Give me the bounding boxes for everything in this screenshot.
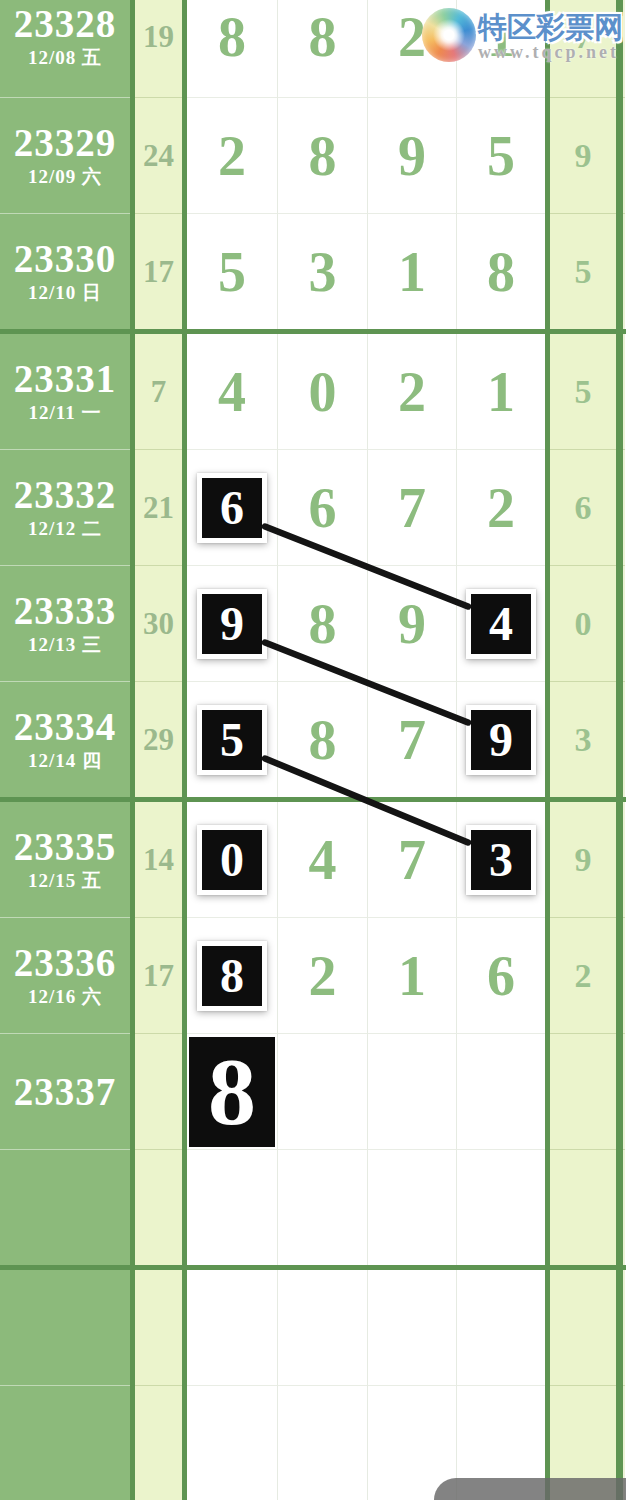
digit-value: 2 [487,480,515,536]
grid-vline [616,1270,623,1385]
sum-value: 17 [143,254,174,290]
chart-rows: 2332812/08 五19882172332912/09 六242895923… [0,0,626,1500]
digit-value: 5 [218,244,246,300]
digit-cell: 9 [456,681,545,797]
issue-cell: 2333612/16 六 [0,917,130,1033]
grid-vline [616,917,623,1033]
digit-value: 9 [398,128,426,184]
digit-cell [187,1270,277,1385]
digit-cell: 8 [187,917,277,1033]
highlighted-digit: 9 [197,589,267,659]
fifth-digit-cell [550,1270,616,1385]
right-edge-sliver [623,917,625,1033]
draw-row-23332: 2333212/12 二2166726 [0,449,626,565]
sum-value: 19 [143,19,174,55]
draw-date: 12/11 一 [29,403,102,424]
sum-cell [135,1385,182,1500]
right-edge-sliver [623,1270,625,1385]
digit-cell: 2 [367,334,456,449]
fifth-digit-value: 6 [575,491,592,525]
digit-cell: 6 [456,917,545,1033]
digit-cell: 8 [187,1033,277,1149]
draw-date: 12/14 四 [28,751,102,772]
digit-cell: 1 [367,213,456,329]
digit-value: 8 [487,244,515,300]
right-edge-sliver [623,0,625,97]
right-edge-sliver [623,565,625,681]
digit-value: 1 [487,364,515,420]
digit-cell [456,1033,545,1149]
draw-date: 12/08 五 [28,48,102,69]
digit-value: 8 [309,712,337,768]
sum-value: 7 [151,374,167,410]
issue-cell [0,1385,130,1500]
sum-value: 21 [143,490,174,526]
fifth-digit-cell: 5 [550,213,616,329]
draw-date: 12/09 六 [28,167,102,188]
digit-cell [367,1270,456,1385]
issue-number: 23330 [14,239,117,278]
issue-wrap: 2333312/13 三 [14,591,117,656]
grid-vline [616,213,623,329]
issue-wrap: 2333612/16 六 [14,943,117,1008]
fifth-digit-value: 2 [575,959,592,993]
digit-cell: 1 [456,334,545,449]
fifth-digit-value: 9 [575,843,592,877]
issue-wrap: 2333112/11 一 [14,359,117,424]
digit-cell [277,1385,367,1500]
issue-number: 23332 [14,475,117,514]
digit-cell: 3 [277,213,367,329]
sum-cell [135,1033,182,1149]
sum-value: 14 [143,842,174,878]
issue-number: 23331 [14,359,117,398]
digit-value: 1 [398,244,426,300]
digit-value: 2 [309,948,337,1004]
issue-cell: 2333512/15 五 [0,802,130,917]
grid-vline [616,681,623,797]
fifth-digit-value: 3 [575,723,592,757]
sum-value: 17 [143,958,174,994]
sum-cell [135,1270,182,1385]
digit-cell: 0 [187,802,277,917]
fifth-digit-cell: 0 [550,565,616,681]
site-url: www.tqcp.net [478,43,623,61]
digit-value: 8 [309,596,337,652]
right-edge-sliver [623,1033,625,1149]
issue-wrap: 2333212/12 二 [14,475,117,540]
digit-value: 6 [487,948,515,1004]
issue-cell [0,1149,130,1265]
digit-cell: 7 [367,802,456,917]
fifth-digit-cell: 9 [550,97,616,213]
draw-row-23330: 2333012/10 日1753185 [0,213,626,329]
issue-number: 23337 [14,1072,117,1111]
digit-cell: 7 [367,449,456,565]
highlighted-digit: 6 [197,473,267,543]
right-edge-sliver [623,213,625,329]
highlighted-digit: 4 [466,589,536,659]
highlighted-digit: 0 [197,825,267,895]
digit-value: 8 [309,9,337,65]
draw-row-23336: 2333612/16 六1782162 [0,917,626,1033]
digit-cell: 8 [277,0,367,97]
digit-value: 4 [309,832,337,888]
issue-cell: 2332912/09 六 [0,97,130,213]
digit-value: 2 [218,128,246,184]
digit-value: 7 [398,480,426,536]
fifth-digit-cell: 9 [550,802,616,917]
digit-cell: 4 [277,802,367,917]
site-logo-swirl-icon [422,8,476,62]
digit-value: 2 [398,364,426,420]
digit-cell: 2 [456,449,545,565]
lottery-trend-chart-page: 2332812/08 五19882172332912/09 六242895923… [0,0,626,1500]
right-edge-sliver [623,681,625,797]
digit-cell: 8 [277,681,367,797]
right-edge-sliver [623,97,625,213]
digit-cell: 5 [187,213,277,329]
sum-cell: 17 [135,917,182,1033]
right-edge-sliver [623,802,625,917]
digit-cell: 8 [456,213,545,329]
issue-number: 23333 [14,591,117,630]
draw-date: 12/10 日 [28,283,102,304]
issue-wrap: 2332912/09 六 [14,123,117,188]
sum-cell: 7 [135,334,182,449]
site-logo-text: 特区彩票网 www.tqcp.net [478,12,623,61]
digit-cell [187,1149,277,1265]
highlighted-digit: 8 [189,1037,275,1147]
digit-cell [456,1270,545,1385]
draw-row-23331: 2333112/11 一740215 [0,329,626,449]
digit-cell: 3 [456,802,545,917]
fifth-digit-cell [550,1033,616,1149]
digit-cell [367,1149,456,1265]
issue-number: 23335 [14,827,117,866]
digit-cell [367,1033,456,1149]
digit-cell [456,1149,545,1265]
digit-cell: 9 [367,97,456,213]
draw-row-23333: 2333312/13 三3098940 [0,565,626,681]
draw-date: 12/15 五 [28,871,102,892]
issue-number: 23336 [14,943,117,982]
digit-value: 3 [309,244,337,300]
fifth-digit-cell: 3 [550,681,616,797]
digit-cell: 6 [187,449,277,565]
issue-number: 23328 [14,4,117,43]
issue-wrap: 2332812/08 五 [14,4,117,69]
digit-cell: 8 [187,0,277,97]
fifth-digit-value: 5 [575,375,592,409]
digit-cell: 4 [456,565,545,681]
digit-cell: 5 [187,681,277,797]
fifth-digit-cell: 2 [550,917,616,1033]
digit-value: 0 [309,364,337,420]
fifth-digit-value: 5 [575,255,592,289]
issue-cell: 2332812/08 五 [0,0,130,97]
sum-cell: 14 [135,802,182,917]
issue-wrap: 2333412/14 四 [14,707,117,772]
sum-cell: 21 [135,449,182,565]
fifth-digit-cell: 5 [550,334,616,449]
sum-cell: 24 [135,97,182,213]
digit-cell: 2 [277,917,367,1033]
empty-row [0,1149,626,1265]
digit-cell: 9 [187,565,277,681]
empty-row [0,1265,626,1385]
digit-cell: 0 [277,334,367,449]
sum-value: 29 [143,722,174,758]
issue-cell: 2333012/10 日 [0,213,130,329]
issue-wrap: 2333512/15 五 [14,827,117,892]
draw-row-23337: 233378 [0,1033,626,1149]
fifth-digit-value: 9 [575,139,592,173]
digit-cell: 5 [456,97,545,213]
sum-cell: 17 [135,213,182,329]
digit-cell: 9 [367,565,456,681]
right-edge-sliver [623,449,625,565]
highlighted-digit: 5 [197,705,267,775]
right-edge-sliver [623,334,625,449]
digit-cell: 6 [277,449,367,565]
digit-value: 7 [398,832,426,888]
bottom-right-float-button[interactable] [434,1478,626,1500]
issue-wrap: 2333012/10 日 [14,239,117,304]
draw-row-23334: 2333412/14 四2958793 [0,681,626,797]
draw-date: 12/12 二 [28,519,102,540]
digit-value: 6 [309,480,337,536]
fifth-digit-cell: 6 [550,449,616,565]
digit-cell [277,1149,367,1265]
digit-value: 5 [487,128,515,184]
grid-vline [616,1149,623,1265]
sum-value: 30 [143,606,174,642]
sum-value: 24 [143,138,174,174]
sum-cell: 19 [135,0,182,97]
issue-cell: 2333312/13 三 [0,565,130,681]
digit-cell: 8 [277,565,367,681]
grid-vline [616,449,623,565]
grid-vline [616,334,623,449]
issue-cell: 2333212/12 二 [0,449,130,565]
digit-cell: 4 [187,334,277,449]
site-name: 特区彩票网 [478,12,623,42]
grid-vline [616,1033,623,1149]
digit-value: 1 [398,948,426,1004]
fifth-digit-value: 0 [575,607,592,641]
digit-value: 7 [398,712,426,768]
sum-cell: 30 [135,565,182,681]
digit-cell: 1 [367,917,456,1033]
digit-value: 8 [309,128,337,184]
draw-row-23329: 2332912/09 六2428959 [0,97,626,213]
digit-value: 4 [218,364,246,420]
issue-cell: 23337 [0,1033,130,1149]
highlighted-digit: 3 [466,825,536,895]
issue-number: 23334 [14,707,117,746]
digit-cell: 2 [187,97,277,213]
highlighted-digit: 9 [466,705,536,775]
digit-cell [277,1270,367,1385]
sum-cell [135,1149,182,1265]
issue-cell: 2333112/11 一 [0,334,130,449]
issue-cell: 2333412/14 四 [0,681,130,797]
draw-date: 12/13 三 [28,635,102,656]
right-edge-sliver [623,1149,625,1265]
issue-number: 23329 [14,123,117,162]
sum-cell: 29 [135,681,182,797]
digit-cell: 7 [367,681,456,797]
site-logo[interactable]: 特区彩票网 www.tqcp.net [422,8,623,62]
digit-value: 8 [218,9,246,65]
fifth-digit-cell [550,1149,616,1265]
digit-value: 9 [398,596,426,652]
grid-vline [616,97,623,213]
digit-cell: 8 [277,97,367,213]
draw-row-23335: 2333512/15 五1404739 [0,797,626,917]
grid-vline [616,802,623,917]
issue-wrap: 23337 [14,1072,117,1111]
digit-cell [277,1033,367,1149]
digit-cell [187,1385,277,1500]
draw-date: 12/16 六 [28,987,102,1008]
issue-cell [0,1270,130,1385]
grid-vline [616,565,623,681]
highlighted-digit: 8 [197,941,267,1011]
